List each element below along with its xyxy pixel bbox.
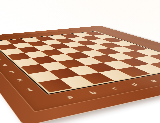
board-plane: 12345678abcdefgh [0,26,160,123]
board-frame [0,28,160,112]
rank-label-3: 3 [8,71,15,74]
rank-label-4: 4 [2,64,9,67]
chessboard-photo: 12345678abcdefgh [0,0,160,123]
